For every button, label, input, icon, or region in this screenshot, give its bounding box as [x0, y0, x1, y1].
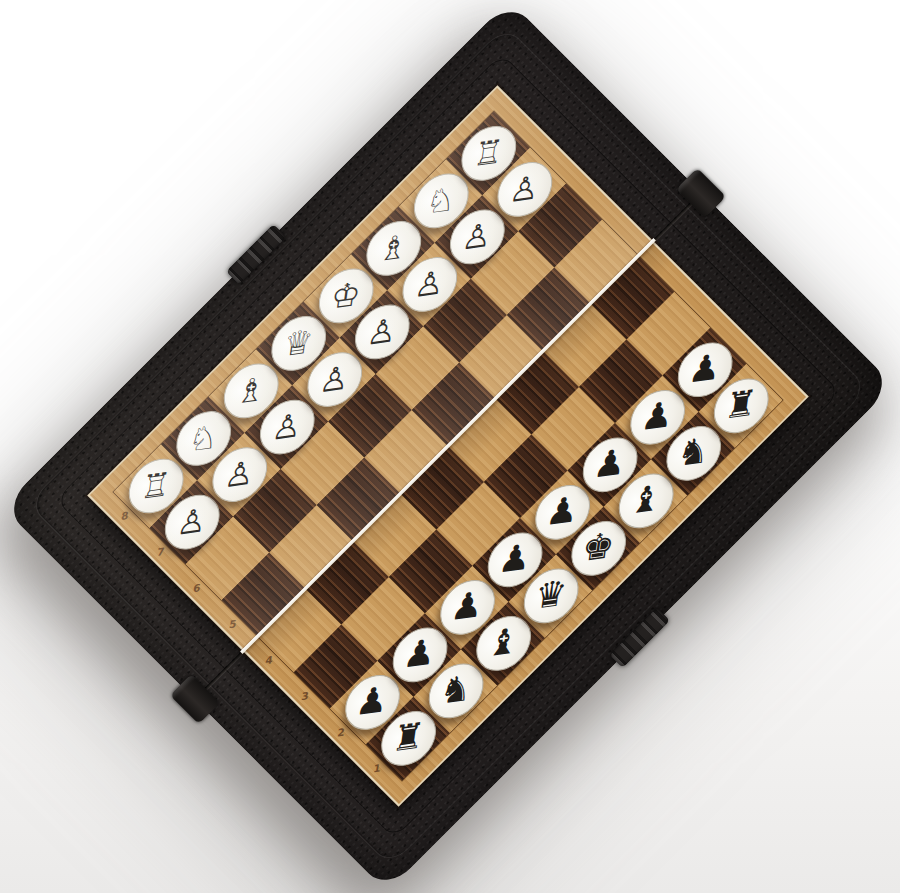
piece-symbol: ♞	[675, 433, 712, 473]
piece-symbol: ♟	[449, 587, 486, 627]
piece-symbol: ♟	[591, 444, 628, 484]
piece-symbol: ♗	[376, 229, 410, 266]
product-photo-pocket-chess-set: { "game": "chess", "scene": { "descripti…	[0, 0, 900, 893]
rank-label-6: 6	[189, 579, 205, 597]
piece-symbol: ♙	[365, 313, 399, 350]
piece-symbol: ♘	[186, 419, 220, 456]
piece-symbol: ♖	[471, 134, 505, 171]
piece-symbol: ♟	[354, 682, 391, 722]
piece-symbol: ♙	[175, 503, 209, 540]
piece-symbol: ♗	[234, 372, 268, 409]
piece-symbol: ♟	[496, 539, 533, 579]
rank-label-3: 3	[297, 687, 313, 705]
rank-label-2: 2	[333, 723, 349, 741]
piece-symbol: ♜	[390, 718, 427, 758]
piece-symbol: ♙	[270, 408, 304, 445]
piece-symbol: ♞	[437, 670, 474, 710]
chess-case: ♖♘♗♕♔♗♘♖♙♙♙♙♙♙♙♙♟♟♟♟♟♟♟♟♜♞♝♛♚♝♞♜ 8765432…	[2, 0, 894, 892]
rank-label-1: 1	[369, 759, 385, 777]
piece-symbol: ♛	[532, 575, 569, 615]
piece-symbol: ♝	[485, 623, 522, 663]
piece-symbol: ♙	[412, 265, 446, 302]
piece-symbol: ♖	[139, 467, 173, 504]
piece-symbol: ♕	[281, 324, 315, 361]
rank-label-8: 8	[117, 507, 133, 525]
rank-label-4: 4	[261, 651, 277, 669]
piece-symbol: ♙	[317, 360, 351, 397]
piece-symbol: ♟	[639, 396, 676, 436]
piece-symbol: ♔	[329, 277, 363, 314]
piece-symbol: ♙	[222, 455, 256, 492]
rank-label-5: 5	[225, 615, 241, 633]
piece-symbol: ♘	[424, 182, 458, 219]
piece-symbol: ♟	[401, 634, 438, 674]
piece-symbol: ♝	[627, 480, 664, 520]
rank-label-7: 7	[153, 543, 169, 561]
piece-symbol: ♟	[686, 349, 723, 389]
piece-symbol: ♙	[460, 218, 494, 255]
piece-symbol: ♚	[580, 528, 617, 568]
piece-symbol: ♙	[507, 170, 541, 207]
piece-symbol: ♟	[544, 492, 581, 532]
piece-symbol: ♜	[722, 385, 759, 425]
